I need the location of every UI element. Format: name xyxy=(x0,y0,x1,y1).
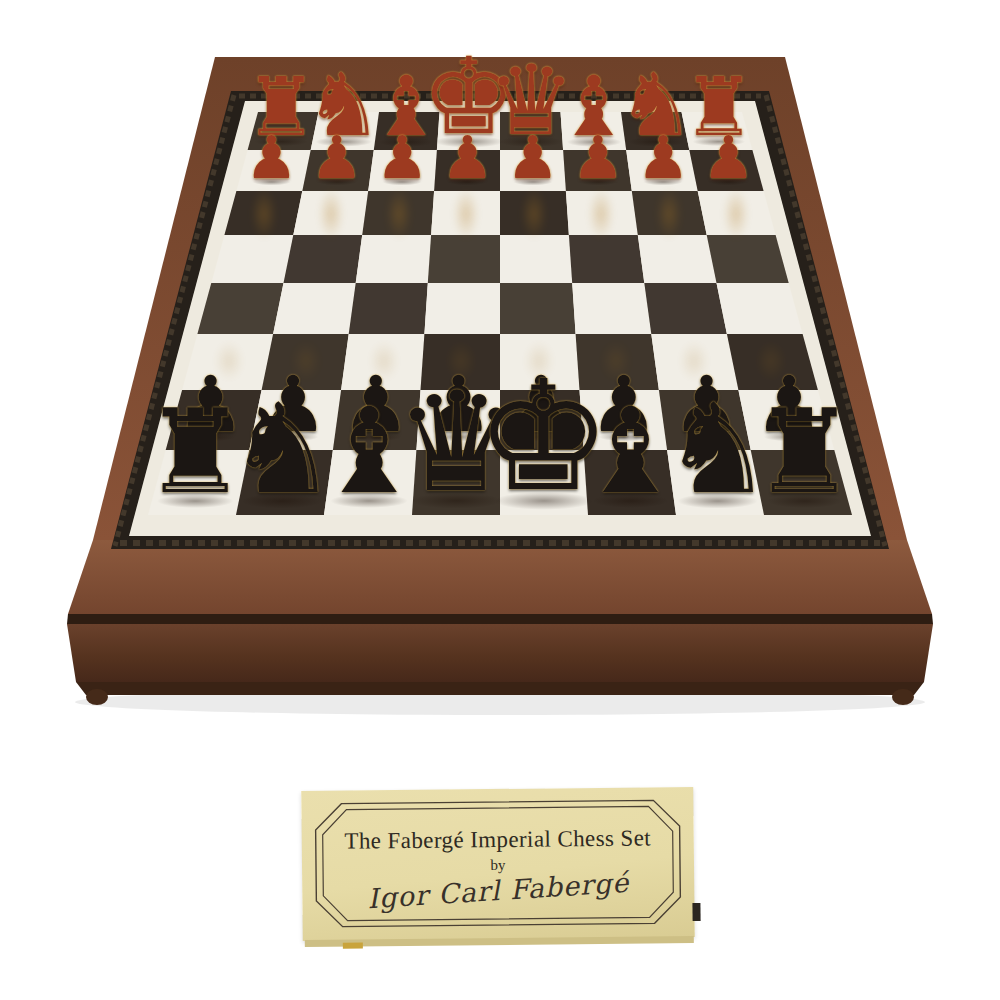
square-b3 xyxy=(632,191,707,235)
square-e2 xyxy=(434,150,500,191)
square-h8 xyxy=(148,450,249,515)
plaque-corner-sliver xyxy=(343,942,363,948)
square-d1 xyxy=(500,112,563,150)
square-b8 xyxy=(667,450,764,515)
square-e8 xyxy=(412,450,500,515)
brass-plaque: The Fabergé Imperial Chess Set by Igor C… xyxy=(301,787,695,941)
square-g8 xyxy=(236,450,333,515)
square-b1 xyxy=(621,112,689,150)
square-c6 xyxy=(576,334,659,390)
square-d6 xyxy=(500,334,580,390)
square-e1 xyxy=(437,112,500,150)
square-a1 xyxy=(682,112,753,150)
plaque-title: The Fabergé Imperial Chess Set xyxy=(302,825,694,855)
board-front-bevel xyxy=(68,540,932,614)
square-g7 xyxy=(249,390,341,450)
square-c8 xyxy=(584,450,676,515)
board-base xyxy=(76,682,924,695)
square-f1 xyxy=(374,112,440,150)
square-d2 xyxy=(500,150,566,191)
square-c7 xyxy=(580,390,668,450)
square-a7 xyxy=(738,390,834,450)
board-lower-band xyxy=(67,624,933,682)
square-a3 xyxy=(698,191,776,235)
square-e3 xyxy=(431,191,500,235)
square-h6 xyxy=(182,334,273,390)
square-f6 xyxy=(341,334,424,390)
square-f8 xyxy=(324,450,416,515)
square-c2 xyxy=(563,150,632,191)
square-h3 xyxy=(224,191,302,235)
square-a6 xyxy=(727,334,818,390)
plaque-clasp xyxy=(692,903,700,921)
square-b2 xyxy=(626,150,698,191)
square-h2 xyxy=(236,150,310,191)
marble-sheen xyxy=(197,235,802,334)
square-f2 xyxy=(368,150,437,191)
square-b7 xyxy=(659,390,751,450)
square-a8 xyxy=(751,450,852,515)
square-h7 xyxy=(166,390,262,450)
square-d8 xyxy=(500,450,588,515)
square-g1 xyxy=(311,112,379,150)
square-e6 xyxy=(421,334,501,390)
square-d7 xyxy=(500,390,584,450)
square-f7 xyxy=(333,390,421,450)
square-a2 xyxy=(689,150,763,191)
square-f3 xyxy=(362,191,434,235)
board-foot-right xyxy=(892,689,914,705)
board-foot-left xyxy=(86,689,108,705)
square-d3 xyxy=(500,191,569,235)
square-g3 xyxy=(293,191,368,235)
square-c1 xyxy=(561,112,627,150)
square-h1 xyxy=(248,112,319,150)
bead-molding xyxy=(67,614,933,624)
square-e7 xyxy=(416,390,500,450)
square-b6 xyxy=(651,334,738,390)
square-g2 xyxy=(302,150,374,191)
product-photo: ♜♞♝♚♛♝♞♜♟♟♟♟♟♟♟♟♟♟♟♟♟♟♟♟♜♞♝♛♚♝♞♜ The Fab… xyxy=(0,0,1000,1000)
square-c3 xyxy=(566,191,638,235)
square-g6 xyxy=(262,334,349,390)
